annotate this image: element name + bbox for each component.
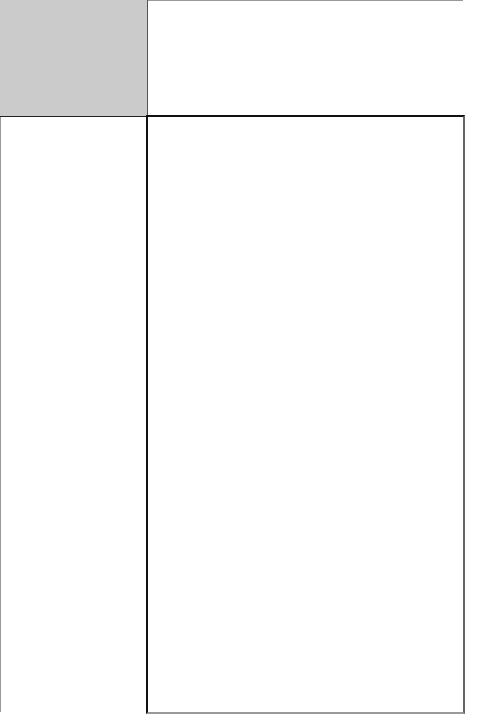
row-clues <box>0 117 148 712</box>
column-clues <box>148 0 463 117</box>
nonogram-board[interactable] <box>146 115 465 714</box>
corner-watermark <box>0 0 148 117</box>
nonogram-puzzle-page <box>0 0 482 714</box>
corner-watermark-text <box>0 0 148 117</box>
